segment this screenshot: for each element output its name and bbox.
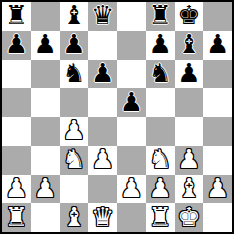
square-e8[interactable]: [117, 2, 146, 31]
square-a2[interactable]: ♟: [2, 175, 31, 204]
white-pawn[interactable]: ♟: [177, 146, 200, 172]
white-pawn[interactable]: ♟: [33, 175, 56, 201]
square-g2[interactable]: ♝: [175, 175, 204, 204]
black-knight[interactable]: ♞: [62, 60, 85, 86]
black-pawn[interactable]: ♟: [91, 60, 114, 86]
white-pawn[interactable]: ♟: [91, 146, 114, 172]
black-pawn[interactable]: ♟: [148, 31, 171, 57]
square-b8[interactable]: [31, 2, 60, 31]
square-e4[interactable]: [117, 117, 146, 146]
square-f3[interactable]: ♞: [146, 146, 175, 175]
square-e7[interactable]: [117, 31, 146, 60]
white-bishop[interactable]: ♝: [177, 175, 200, 201]
square-h5[interactable]: [203, 88, 232, 117]
square-g7[interactable]: ♝: [175, 31, 204, 60]
square-e5[interactable]: ♟: [117, 88, 146, 117]
square-a4[interactable]: [2, 117, 31, 146]
square-h8[interactable]: [203, 2, 232, 31]
square-h4[interactable]: [203, 117, 232, 146]
square-h7[interactable]: ♟: [203, 31, 232, 60]
black-queen[interactable]: ♛: [91, 2, 114, 28]
square-b5[interactable]: [31, 88, 60, 117]
square-a6[interactable]: [2, 60, 31, 89]
square-c5[interactable]: [60, 88, 89, 117]
square-h1[interactable]: [203, 203, 232, 232]
square-c1[interactable]: ♝: [60, 203, 89, 232]
white-queen[interactable]: ♛: [91, 204, 114, 230]
black-king[interactable]: ♚: [177, 2, 200, 28]
square-d5[interactable]: [88, 88, 117, 117]
square-g4[interactable]: [175, 117, 204, 146]
white-pawn[interactable]: ♟: [206, 175, 229, 201]
square-f4[interactable]: [146, 117, 175, 146]
square-a1[interactable]: ♜: [2, 203, 31, 232]
white-bishop[interactable]: ♝: [62, 204, 85, 230]
black-bishop[interactable]: ♝: [62, 2, 85, 28]
square-a8[interactable]: ♜: [2, 2, 31, 31]
square-h2[interactable]: ♟: [203, 175, 232, 204]
square-d7[interactable]: [88, 31, 117, 60]
square-e1[interactable]: [117, 203, 146, 232]
square-g8[interactable]: ♚: [175, 2, 204, 31]
square-c3[interactable]: ♞: [60, 146, 89, 175]
square-d6[interactable]: ♟: [88, 60, 117, 89]
square-d1[interactable]: ♛: [88, 203, 117, 232]
white-pawn[interactable]: ♟: [120, 175, 143, 201]
square-b3[interactable]: [31, 146, 60, 175]
square-d4[interactable]: [88, 117, 117, 146]
square-c4[interactable]: ♟: [60, 117, 89, 146]
white-pawn[interactable]: ♟: [62, 117, 85, 143]
black-pawn[interactable]: ♟: [33, 31, 56, 57]
square-f2[interactable]: ♟: [146, 175, 175, 204]
square-c2[interactable]: [60, 175, 89, 204]
black-pawn[interactable]: ♟: [206, 31, 229, 57]
square-d2[interactable]: [88, 175, 117, 204]
square-h3[interactable]: [203, 146, 232, 175]
square-b1[interactable]: [31, 203, 60, 232]
square-f5[interactable]: [146, 88, 175, 117]
square-a7[interactable]: ♟: [2, 31, 31, 60]
black-pawn[interactable]: ♟: [5, 31, 28, 57]
white-rook[interactable]: ♜: [5, 204, 28, 230]
square-c8[interactable]: ♝: [60, 2, 89, 31]
black-bishop[interactable]: ♝: [177, 31, 200, 57]
white-rook[interactable]: ♜: [148, 204, 171, 230]
square-f8[interactable]: ♜: [146, 2, 175, 31]
square-e6[interactable]: [117, 60, 146, 89]
white-pawn[interactable]: ♟: [5, 175, 28, 201]
white-knight[interactable]: ♞: [62, 146, 85, 172]
square-a5[interactable]: [2, 88, 31, 117]
black-knight[interactable]: ♞: [148, 60, 171, 86]
black-pawn[interactable]: ♟: [120, 89, 143, 115]
chess-board: ♜♝♛♜♚♟♟♟♟♝♟♞♟♞♟♟♟♞♟♞♟♟♟♟♟♝♟♜♝♛♜♚: [0, 0, 234, 234]
square-f7[interactable]: ♟: [146, 31, 175, 60]
square-g3[interactable]: ♟: [175, 146, 204, 175]
black-rook[interactable]: ♜: [5, 2, 28, 28]
square-b4[interactable]: [31, 117, 60, 146]
black-pawn[interactable]: ♟: [62, 31, 85, 57]
black-pawn[interactable]: ♟: [177, 60, 200, 86]
square-g1[interactable]: ♚: [175, 203, 204, 232]
square-c6[interactable]: ♞: [60, 60, 89, 89]
square-b2[interactable]: ♟: [31, 175, 60, 204]
square-d8[interactable]: ♛: [88, 2, 117, 31]
square-f6[interactable]: ♞: [146, 60, 175, 89]
square-d3[interactable]: ♟: [88, 146, 117, 175]
square-f1[interactable]: ♜: [146, 203, 175, 232]
square-b6[interactable]: [31, 60, 60, 89]
white-king[interactable]: ♚: [177, 204, 200, 230]
square-b7[interactable]: ♟: [31, 31, 60, 60]
square-a3[interactable]: [2, 146, 31, 175]
square-g6[interactable]: ♟: [175, 60, 204, 89]
square-g5[interactable]: [175, 88, 204, 117]
square-e3[interactable]: [117, 146, 146, 175]
square-h6[interactable]: [203, 60, 232, 89]
white-knight[interactable]: ♞: [148, 146, 171, 172]
square-c7[interactable]: ♟: [60, 31, 89, 60]
white-pawn[interactable]: ♟: [148, 175, 171, 201]
black-rook[interactable]: ♜: [148, 2, 171, 28]
square-e2[interactable]: ♟: [117, 175, 146, 204]
